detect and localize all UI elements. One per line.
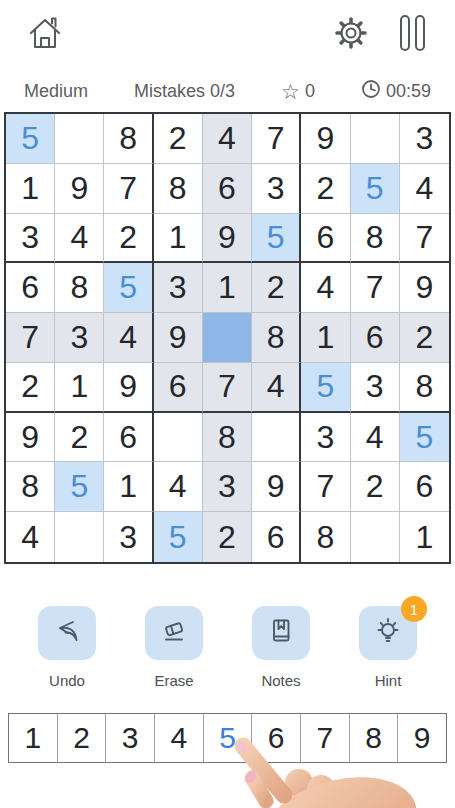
star-icon: ☆ [281, 81, 300, 102]
board-cell-r9c4[interactable]: 5 [154, 512, 203, 562]
stars-count: 0 [305, 81, 315, 102]
board-cell-r4c2[interactable]: 8 [55, 263, 104, 313]
board-cell-r5c7[interactable]: 1 [301, 313, 350, 363]
erase-label: Erase [154, 672, 193, 689]
board-cell-r2c6[interactable]: 3 [252, 164, 301, 214]
clock-icon [361, 79, 381, 104]
board-cell-r7c6[interactable] [252, 413, 301, 463]
sudoku-board: 5824793197863254342195687685312479734981… [4, 112, 451, 564]
board-cell-r4c5[interactable]: 1 [203, 263, 252, 313]
board-cell-r7c1[interactable]: 9 [6, 413, 55, 463]
board-cell-r6c1[interactable]: 2 [6, 363, 55, 413]
notebook-icon [265, 615, 297, 651]
lightbulb-icon [371, 614, 405, 652]
hint-button-box[interactable]: 1 [359, 606, 417, 660]
hint-label: Hint [375, 672, 402, 689]
settings-button[interactable] [333, 15, 369, 55]
numpad-key-1[interactable]: 1 [9, 714, 58, 762]
home-icon [26, 13, 64, 57]
board-cell-r9c9[interactable]: 1 [400, 512, 449, 562]
board-cell-r3c1[interactable]: 3 [6, 214, 55, 264]
board-cell-r1c8[interactable] [351, 114, 400, 164]
board-cell-r3c7[interactable]: 6 [301, 214, 350, 264]
board-cell-r9c3[interactable]: 3 [104, 512, 153, 562]
top-right-group [333, 14, 429, 56]
numpad-key-5[interactable]: 5 [204, 714, 253, 762]
board-cell-r6c2[interactable]: 1 [55, 363, 104, 413]
notes-button-box[interactable] [252, 606, 310, 660]
numpad-key-6[interactable]: 6 [252, 714, 301, 762]
board-cell-r3c6[interactable]: 5 [252, 214, 301, 264]
undo-arrow-icon [51, 615, 83, 651]
board-cell-r8c1[interactable]: 8 [6, 462, 55, 512]
board-cell-r2c4[interactable]: 8 [154, 164, 203, 214]
number-pad: 123456789 [8, 713, 447, 763]
board-cell-r6c5[interactable]: 7 [203, 363, 252, 413]
board-cell-r1c1[interactable]: 5 [6, 114, 55, 164]
board-cell-r5c5[interactable] [203, 313, 252, 363]
board-cell-r4c9[interactable]: 9 [400, 263, 449, 313]
board-cell-r3c5[interactable]: 9 [203, 214, 252, 264]
board-cell-r6c6[interactable]: 4 [252, 363, 301, 413]
board-cell-r4c4[interactable]: 3 [154, 263, 203, 313]
board-cell-r4c1[interactable]: 6 [6, 263, 55, 313]
board-cell-r5c2[interactable]: 3 [55, 313, 104, 363]
board-cell-r9c6[interactable]: 6 [252, 512, 301, 562]
board-cell-r2c5[interactable]: 6 [203, 164, 252, 214]
timer-group: 00:59 [361, 79, 431, 104]
pause-icon [395, 14, 429, 56]
board-cell-r1c5[interactable]: 4 [203, 114, 252, 164]
board-cell-r3c8[interactable]: 8 [351, 214, 400, 264]
board-cell-r8c7[interactable]: 7 [301, 462, 350, 512]
board-cell-r8c2[interactable]: 5 [55, 462, 104, 512]
board-cell-r8c5[interactable]: 3 [203, 462, 252, 512]
notes-label: Notes [261, 672, 300, 689]
board-cell-r5c9[interactable]: 2 [400, 313, 449, 363]
board-cell-r7c8[interactable]: 4 [351, 413, 400, 463]
board-cell-r2c1[interactable]: 1 [6, 164, 55, 214]
numpad-key-8[interactable]: 8 [350, 714, 399, 762]
board-cell-r9c2[interactable] [55, 512, 104, 562]
board-cell-r5c3[interactable]: 4 [104, 313, 153, 363]
board-cell-r4c6[interactable]: 2 [252, 263, 301, 313]
board-cell-r8c3[interactable]: 1 [104, 462, 153, 512]
erase-button[interactable]: Erase [139, 606, 209, 689]
notes-button[interactable]: Notes [246, 606, 316, 689]
difficulty-label[interactable]: Medium [24, 81, 88, 102]
board-cell-r9c5[interactable]: 2 [203, 512, 252, 562]
board-cell-r6c3[interactable]: 9 [104, 363, 153, 413]
home-button[interactable] [26, 13, 64, 57]
board-cell-r7c9[interactable]: 5 [400, 413, 449, 463]
board-cell-r6c9[interactable]: 8 [400, 363, 449, 413]
board-cell-r2c7[interactable]: 2 [301, 164, 350, 214]
board-cell-r7c3[interactable]: 6 [104, 413, 153, 463]
board-cell-r9c7[interactable]: 8 [301, 512, 350, 562]
board-cell-r7c5[interactable]: 8 [203, 413, 252, 463]
board-cell-r2c8[interactable]: 5 [351, 164, 400, 214]
hint-button[interactable]: 1 Hint [353, 606, 423, 689]
board-cell-r7c2[interactable]: 2 [55, 413, 104, 463]
mistakes-label: Mistakes 0/3 [134, 81, 235, 102]
board-cell-r9c8[interactable] [351, 512, 400, 562]
board-cell-r1c2[interactable] [55, 114, 104, 164]
board-cell-r7c4[interactable] [154, 413, 203, 463]
board-cell-r3c2[interactable]: 4 [55, 214, 104, 264]
board-cell-r8c9[interactable]: 6 [400, 462, 449, 512]
timer-value: 00:59 [386, 81, 431, 102]
undo-button[interactable]: Undo [32, 606, 102, 689]
board-cell-r5c8[interactable]: 6 [351, 313, 400, 363]
numpad-key-3[interactable]: 3 [106, 714, 155, 762]
board-cell-r8c6[interactable]: 9 [252, 462, 301, 512]
board-cell-r5c4[interactable]: 9 [154, 313, 203, 363]
board-cell-r7c7[interactable]: 3 [301, 413, 350, 463]
board-cell-r1c4[interactable]: 2 [154, 114, 203, 164]
board-cell-r8c4[interactable]: 4 [154, 462, 203, 512]
board-cell-r4c3[interactable]: 5 [104, 263, 153, 313]
board-cell-r9c1[interactable]: 4 [6, 512, 55, 562]
top-bar [0, 0, 455, 70]
board-cell-r4c8[interactable]: 7 [351, 263, 400, 313]
erase-button-box[interactable] [145, 606, 203, 660]
numpad-key-9[interactable]: 9 [398, 714, 446, 762]
board-cell-r6c4[interactable]: 6 [154, 363, 203, 413]
board-cell-r4c7[interactable]: 4 [301, 263, 350, 313]
undo-button-box[interactable] [38, 606, 96, 660]
board-cell-r2c3[interactable]: 7 [104, 164, 153, 214]
numpad-key-4[interactable]: 4 [155, 714, 204, 762]
board-cell-r5c6[interactable]: 8 [252, 313, 301, 363]
stars-group: ☆ 0 [281, 81, 315, 102]
board-cell-r8c8[interactable]: 2 [351, 462, 400, 512]
numpad-key-7[interactable]: 7 [301, 714, 350, 762]
toolbar: Undo Erase [32, 606, 423, 689]
board-cell-r1c6[interactable]: 7 [252, 114, 301, 164]
pause-button[interactable] [395, 14, 429, 56]
board-cell-r2c9[interactable]: 4 [400, 164, 449, 214]
board-cell-r1c3[interactable]: 8 [104, 114, 153, 164]
hint-badge: 1 [401, 596, 427, 622]
board-cell-r2c2[interactable]: 9 [55, 164, 104, 214]
status-bar: Medium Mistakes 0/3 ☆ 0 00:59 [0, 70, 455, 112]
gear-icon [333, 15, 369, 55]
board-cell-r1c9[interactable]: 3 [400, 114, 449, 164]
app-screen: Medium Mistakes 0/3 ☆ 0 00:59 5824793197… [0, 0, 455, 808]
eraser-icon [158, 615, 190, 651]
board-cell-r1c7[interactable]: 9 [301, 114, 350, 164]
undo-label: Undo [49, 672, 85, 689]
board-cell-r6c8[interactable]: 3 [351, 363, 400, 413]
numpad-key-2[interactable]: 2 [58, 714, 107, 762]
board-cell-r5c1[interactable]: 7 [6, 313, 55, 363]
board-cell-r6c7[interactable]: 5 [301, 363, 350, 413]
board-cell-r3c9[interactable]: 7 [400, 214, 449, 264]
board-cell-r3c3[interactable]: 2 [104, 214, 153, 264]
board-cell-r3c4[interactable]: 1 [154, 214, 203, 264]
